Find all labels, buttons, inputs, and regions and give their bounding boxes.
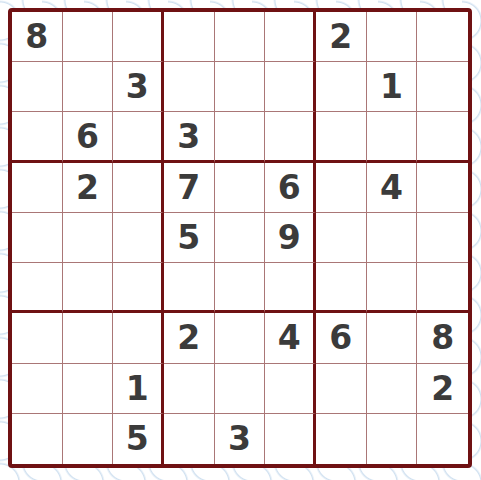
given-digit: 4	[278, 321, 301, 354]
sudoku-cell-r9c7[interactable]	[316, 414, 367, 464]
sudoku-cell-r1c8[interactable]	[367, 12, 418, 62]
sudoku-cell-r7c5[interactable]	[215, 313, 266, 363]
sudoku-cell-r5c2[interactable]	[63, 213, 114, 263]
sudoku-cell-r7c2[interactable]	[63, 313, 114, 363]
sudoku-cell-r8c6[interactable]	[265, 364, 316, 414]
sudoku-cell-r4c1[interactable]	[12, 163, 63, 213]
sudoku-cell-r1c2[interactable]	[63, 12, 114, 62]
sudoku-cell-r1c5[interactable]	[215, 12, 266, 62]
given-digit: 5	[177, 221, 200, 254]
given-digit: 8	[431, 321, 454, 354]
sudoku-cell-r4c6[interactable]: 6	[265, 163, 316, 213]
given-digit: 1	[126, 372, 149, 405]
sudoku-cell-r8c8[interactable]	[367, 364, 418, 414]
given-digit: 1	[380, 70, 403, 103]
sudoku-cell-r8c7[interactable]	[316, 364, 367, 414]
sudoku-cell-r2c8[interactable]: 1	[367, 62, 418, 112]
given-digit: 6	[329, 321, 352, 354]
sudoku-cell-r4c4[interactable]: 7	[164, 163, 215, 213]
given-digit: 6	[278, 171, 301, 204]
sudoku-cell-r1c4[interactable]	[164, 12, 215, 62]
sudoku-cell-r4c5[interactable]	[215, 163, 266, 213]
given-digit: 9	[278, 221, 301, 254]
sudoku-cell-r8c1[interactable]	[12, 364, 63, 414]
sudoku-cell-r7c1[interactable]	[12, 313, 63, 363]
sudoku-cell-r6c1[interactable]	[12, 263, 63, 313]
sudoku-cell-r7c9[interactable]: 8	[417, 313, 468, 363]
sudoku-cell-r2c3[interactable]: 3	[113, 62, 164, 112]
sudoku-cell-r6c3[interactable]	[113, 263, 164, 313]
sudoku-cell-r3c5[interactable]	[215, 112, 266, 162]
sudoku-cell-r1c3[interactable]	[113, 12, 164, 62]
sudoku-cell-r2c7[interactable]	[316, 62, 367, 112]
sudoku-cell-r6c7[interactable]	[316, 263, 367, 313]
sudoku-cell-r6c8[interactable]	[367, 263, 418, 313]
given-digit: 5	[126, 422, 149, 455]
sudoku-cell-r2c1[interactable]	[12, 62, 63, 112]
sudoku-cell-r6c5[interactable]	[215, 263, 266, 313]
sudoku-cell-r3c4[interactable]: 3	[164, 112, 215, 162]
sudoku-cell-r4c7[interactable]	[316, 163, 367, 213]
sudoku-cell-r2c2[interactable]	[63, 62, 114, 112]
sudoku-cell-r5c7[interactable]	[316, 213, 367, 263]
sudoku-cell-r6c9[interactable]	[417, 263, 468, 313]
sudoku-cell-r9c4[interactable]	[164, 414, 215, 464]
sudoku-cell-r8c4[interactable]	[164, 364, 215, 414]
sudoku-cell-r7c7[interactable]: 6	[316, 313, 367, 363]
sudoku-cell-r9c5[interactable]: 3	[215, 414, 266, 464]
sudoku-cell-r4c3[interactable]	[113, 163, 164, 213]
sudoku-cell-r9c9[interactable]	[417, 414, 468, 464]
sudoku-cell-r5c1[interactable]	[12, 213, 63, 263]
sudoku-cell-r1c1[interactable]: 8	[12, 12, 63, 62]
sudoku-cell-r9c3[interactable]: 5	[113, 414, 164, 464]
sudoku-cell-r3c3[interactable]	[113, 112, 164, 162]
sudoku-cell-r9c8[interactable]	[367, 414, 418, 464]
sudoku-cell-r1c6[interactable]	[265, 12, 316, 62]
given-digit: 4	[380, 171, 403, 204]
sudoku-cell-r4c9[interactable]	[417, 163, 468, 213]
sudoku-cell-r8c5[interactable]	[215, 364, 266, 414]
sudoku-cell-r8c9[interactable]: 2	[417, 364, 468, 414]
sudoku-board: 82316327645924681253	[8, 8, 472, 468]
sudoku-cell-r6c6[interactable]	[265, 263, 316, 313]
sudoku-cell-r3c6[interactable]	[265, 112, 316, 162]
sudoku-cell-r6c4[interactable]	[164, 263, 215, 313]
sudoku-cell-r2c9[interactable]	[417, 62, 468, 112]
given-digit: 3	[177, 120, 200, 153]
sudoku-cell-r8c2[interactable]	[63, 364, 114, 414]
sudoku-cell-r4c8[interactable]: 4	[367, 163, 418, 213]
given-digit: 2	[76, 171, 99, 204]
sudoku-cell-r9c1[interactable]	[12, 414, 63, 464]
sudoku-cell-r1c9[interactable]	[417, 12, 468, 62]
sudoku-cell-r2c6[interactable]	[265, 62, 316, 112]
given-digit: 2	[329, 20, 352, 53]
sudoku-cell-r7c8[interactable]	[367, 313, 418, 363]
sudoku-cell-r3c7[interactable]	[316, 112, 367, 162]
given-digit: 2	[177, 321, 200, 354]
sudoku-cell-r3c8[interactable]	[367, 112, 418, 162]
sudoku-cell-r6c2[interactable]	[63, 263, 114, 313]
sudoku-cell-r7c6[interactable]: 4	[265, 313, 316, 363]
sudoku-cell-r4c2[interactable]: 2	[63, 163, 114, 213]
sudoku-cell-r5c3[interactable]	[113, 213, 164, 263]
given-digit: 7	[177, 171, 200, 204]
sudoku-cell-r7c3[interactable]	[113, 313, 164, 363]
sudoku-cell-r8c3[interactable]: 1	[113, 364, 164, 414]
given-digit: 3	[126, 70, 149, 103]
sudoku-cell-r9c2[interactable]	[63, 414, 114, 464]
sudoku-cell-r3c9[interactable]	[417, 112, 468, 162]
sudoku-cell-r5c5[interactable]	[215, 213, 266, 263]
given-digit: 2	[431, 372, 454, 405]
sudoku-cell-r5c6[interactable]: 9	[265, 213, 316, 263]
sudoku-cell-r7c4[interactable]: 2	[164, 313, 215, 363]
given-digit: 3	[228, 422, 251, 455]
sudoku-cell-r3c1[interactable]	[12, 112, 63, 162]
sudoku-cell-r5c4[interactable]: 5	[164, 213, 215, 263]
sudoku-cell-r2c4[interactable]	[164, 62, 215, 112]
sudoku-cell-r5c9[interactable]	[417, 213, 468, 263]
sudoku-cell-r9c6[interactable]	[265, 414, 316, 464]
sudoku-cell-r1c7[interactable]: 2	[316, 12, 367, 62]
sudoku-cell-r5c8[interactable]	[367, 213, 418, 263]
given-digit: 8	[25, 20, 48, 53]
sudoku-cell-r2c5[interactable]	[215, 62, 266, 112]
given-digit: 6	[76, 120, 99, 153]
sudoku-cell-r3c2[interactable]: 6	[63, 112, 114, 162]
